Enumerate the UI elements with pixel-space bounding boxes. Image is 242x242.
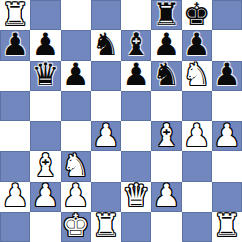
square-e6[interactable]: ♟ xyxy=(121,61,151,91)
square-a5[interactable] xyxy=(0,91,30,121)
square-c5[interactable] xyxy=(61,91,91,121)
square-e1[interactable] xyxy=(121,212,151,242)
piece-black-pawn[interactable]: ♟ xyxy=(31,30,59,60)
square-e8[interactable] xyxy=(121,0,151,30)
square-e2[interactable]: ♛ xyxy=(121,182,151,212)
piece-black-pawn[interactable]: ♟ xyxy=(213,61,241,91)
piece-black-pawn[interactable]: ♟ xyxy=(62,61,90,91)
square-f4[interactable]: ♝ xyxy=(151,121,181,151)
piece-white-pawn[interactable]: ♟ xyxy=(183,121,211,151)
square-f6[interactable]: ♞ xyxy=(151,61,181,91)
square-c8[interactable] xyxy=(61,0,91,30)
square-h6[interactable]: ♟ xyxy=(212,61,242,91)
square-g5[interactable] xyxy=(182,91,212,121)
square-b5[interactable] xyxy=(30,91,60,121)
piece-white-pawn[interactable]: ♟ xyxy=(31,182,59,212)
piece-white-knight[interactable]: ♞ xyxy=(183,61,211,91)
square-h8[interactable] xyxy=(212,0,242,30)
square-g1[interactable] xyxy=(182,212,212,242)
square-h3[interactable] xyxy=(212,151,242,181)
piece-white-rook[interactable]: ♜ xyxy=(213,212,241,242)
piece-black-knight[interactable]: ♞ xyxy=(92,30,120,60)
piece-white-pawn[interactable]: ♟ xyxy=(1,182,29,212)
square-c2[interactable]: ♟ xyxy=(61,182,91,212)
square-c4[interactable] xyxy=(61,121,91,151)
square-d4[interactable]: ♟ xyxy=(91,121,121,151)
piece-white-rook[interactable]: ♜ xyxy=(1,0,29,30)
piece-black-pawn[interactable]: ♟ xyxy=(152,30,180,60)
square-g6[interactable]: ♞ xyxy=(182,61,212,91)
square-b6[interactable]: ♛ xyxy=(30,61,60,91)
piece-black-bishop[interactable]: ♝ xyxy=(122,30,150,60)
square-d1[interactable]: ♜ xyxy=(91,212,121,242)
square-b3[interactable]: ♝ xyxy=(30,151,60,181)
square-b7[interactable]: ♟ xyxy=(30,30,60,60)
piece-white-bishop[interactable]: ♝ xyxy=(152,121,180,151)
square-f2[interactable]: ♟ xyxy=(151,182,181,212)
piece-white-pawn[interactable]: ♟ xyxy=(213,121,241,151)
square-g3[interactable] xyxy=(182,151,212,181)
square-f8[interactable]: ♜ xyxy=(151,0,181,30)
square-c6[interactable]: ♟ xyxy=(61,61,91,91)
piece-black-pawn[interactable]: ♟ xyxy=(183,30,211,60)
square-h4[interactable]: ♟ xyxy=(212,121,242,151)
piece-white-queen[interactable]: ♛ xyxy=(122,182,150,212)
square-e5[interactable] xyxy=(121,91,151,121)
square-e7[interactable]: ♝ xyxy=(121,30,151,60)
square-e4[interactable] xyxy=(121,121,151,151)
piece-white-pawn[interactable]: ♟ xyxy=(152,182,180,212)
square-b2[interactable]: ♟ xyxy=(30,182,60,212)
square-a7[interactable]: ♟ xyxy=(0,30,30,60)
piece-white-rook[interactable]: ♜ xyxy=(92,212,120,242)
square-e3[interactable] xyxy=(121,151,151,181)
piece-white-king[interactable]: ♚ xyxy=(62,212,90,242)
square-b1[interactable] xyxy=(30,212,60,242)
square-g7[interactable]: ♟ xyxy=(182,30,212,60)
piece-black-king[interactable]: ♚ xyxy=(183,0,211,30)
square-g4[interactable]: ♟ xyxy=(182,121,212,151)
square-b4[interactable] xyxy=(30,121,60,151)
piece-black-knight[interactable]: ♞ xyxy=(152,61,180,91)
square-a4[interactable] xyxy=(0,121,30,151)
square-f1[interactable] xyxy=(151,212,181,242)
piece-black-pawn[interactable]: ♟ xyxy=(122,61,150,91)
square-a2[interactable]: ♟ xyxy=(0,182,30,212)
piece-white-pawn[interactable]: ♟ xyxy=(92,121,120,151)
square-f5[interactable] xyxy=(151,91,181,121)
square-f7[interactable]: ♟ xyxy=(151,30,181,60)
piece-white-bishop[interactable]: ♝ xyxy=(31,151,59,181)
square-d5[interactable] xyxy=(91,91,121,121)
square-g2[interactable] xyxy=(182,182,212,212)
square-a1[interactable] xyxy=(0,212,30,242)
square-d8[interactable] xyxy=(91,0,121,30)
piece-black-pawn[interactable]: ♟ xyxy=(1,30,29,60)
square-a3[interactable] xyxy=(0,151,30,181)
square-h5[interactable] xyxy=(212,91,242,121)
square-c1[interactable]: ♚ xyxy=(61,212,91,242)
chess-board: ♜♜♚♟♟♞♝♟♟♛♟♟♞♞♟♟♝♟♟♝♞♟♟♟♛♟♚♜♜ xyxy=(0,0,242,242)
square-d7[interactable]: ♞ xyxy=(91,30,121,60)
square-g8[interactable]: ♚ xyxy=(182,0,212,30)
piece-white-knight[interactable]: ♞ xyxy=(62,151,90,181)
square-h1[interactable]: ♜ xyxy=(212,212,242,242)
square-f3[interactable] xyxy=(151,151,181,181)
square-d2[interactable] xyxy=(91,182,121,212)
piece-black-queen[interactable]: ♛ xyxy=(31,61,59,91)
square-d3[interactable] xyxy=(91,151,121,181)
square-c7[interactable] xyxy=(61,30,91,60)
square-a8[interactable]: ♜ xyxy=(0,0,30,30)
square-d6[interactable] xyxy=(91,61,121,91)
piece-white-pawn[interactable]: ♟ xyxy=(62,182,90,212)
square-c3[interactable]: ♞ xyxy=(61,151,91,181)
square-h7[interactable] xyxy=(212,30,242,60)
square-b8[interactable] xyxy=(30,0,60,30)
square-a6[interactable] xyxy=(0,61,30,91)
piece-black-rook[interactable]: ♜ xyxy=(152,0,180,30)
square-h2[interactable] xyxy=(212,182,242,212)
